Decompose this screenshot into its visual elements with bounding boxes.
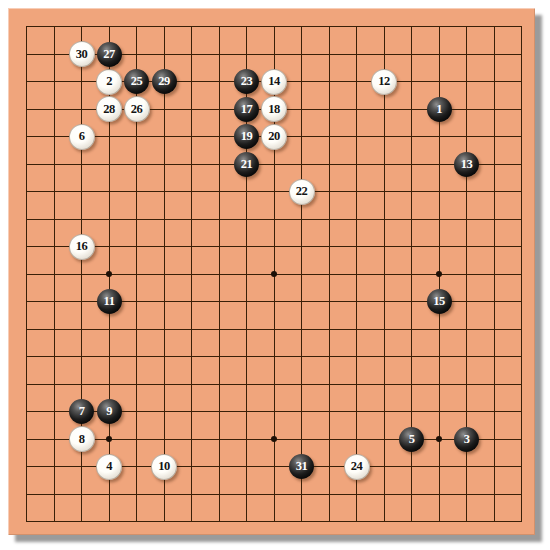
stone-move-number: 13: [461, 158, 473, 171]
stone-black-Q9[interactable]: 15: [427, 289, 452, 314]
stone-move-number: 20: [268, 130, 280, 143]
stone-black-C5[interactable]: 7: [69, 399, 94, 424]
stone-move-number: 24: [351, 460, 363, 473]
stone-move-number: 1: [436, 103, 442, 116]
stone-white-O17[interactable]: 12: [371, 69, 397, 95]
stone-move-number: 4: [106, 460, 112, 473]
stone-move-number: 12: [378, 75, 390, 88]
stone-white-N3[interactable]: 24: [344, 454, 370, 480]
stone-black-D9[interactable]: 11: [97, 289, 122, 314]
stone-move-number: 11: [104, 295, 115, 308]
stone-white-C11[interactable]: 16: [69, 234, 95, 260]
stone-move-number: 15: [433, 295, 445, 308]
stone-move-number: 9: [106, 405, 112, 418]
stone-white-L13[interactable]: 22: [289, 179, 315, 205]
stone-black-J17[interactable]: 23: [234, 69, 259, 94]
stone-white-K15[interactable]: 20: [261, 124, 287, 150]
stone-move-number: 31: [296, 460, 308, 473]
stones-grid: 1234567891011121314151617181920212223242…: [13, 13, 536, 536]
stone-black-R14[interactable]: 13: [454, 152, 479, 177]
stone-white-F3[interactable]: 10: [151, 454, 177, 480]
stone-black-J15[interactable]: 19: [234, 124, 259, 149]
stone-move-number: 21: [241, 158, 253, 171]
stone-black-D5[interactable]: 9: [97, 399, 122, 424]
stone-white-E16[interactable]: 26: [124, 96, 150, 122]
stone-white-C15[interactable]: 6: [69, 124, 95, 150]
stone-move-number: 2: [106, 75, 112, 88]
stone-white-C18[interactable]: 30: [69, 41, 95, 67]
stone-black-L3[interactable]: 31: [289, 454, 314, 479]
stone-white-K17[interactable]: 14: [261, 69, 287, 95]
stone-move-number: 16: [76, 240, 88, 253]
stone-move-number: 25: [131, 75, 143, 88]
stone-white-D3[interactable]: 4: [96, 454, 122, 480]
stone-black-Q16[interactable]: 1: [427, 97, 452, 122]
stone-move-number: 14: [268, 75, 280, 88]
stone-black-F17[interactable]: 29: [152, 69, 177, 94]
stone-move-number: 7: [79, 405, 85, 418]
stone-black-D18[interactable]: 27: [97, 42, 122, 67]
stone-white-D16[interactable]: 28: [96, 96, 122, 122]
stone-move-number: 30: [76, 48, 88, 61]
stone-black-J14[interactable]: 21: [234, 152, 259, 177]
stone-move-number: 6: [79, 130, 85, 143]
stone-white-K16[interactable]: 18: [261, 96, 287, 122]
stone-black-J16[interactable]: 17: [234, 97, 259, 122]
stone-move-number: 3: [464, 433, 470, 446]
stone-black-R4[interactable]: 3: [454, 427, 479, 452]
stone-move-number: 27: [103, 48, 115, 61]
stone-move-number: 23: [241, 75, 253, 88]
stone-move-number: 5: [409, 433, 415, 446]
stone-move-number: 10: [158, 460, 170, 473]
stone-move-number: 26: [131, 103, 143, 116]
stone-move-number: 19: [241, 130, 253, 143]
stone-white-C4[interactable]: 8: [69, 426, 95, 452]
stone-move-number: 8: [79, 433, 85, 446]
stone-move-number: 22: [296, 185, 308, 198]
page: 1234567891011121314151617181920212223242…: [0, 0, 550, 550]
stone-move-number: 18: [268, 103, 280, 116]
stone-white-D17[interactable]: 2: [96, 69, 122, 95]
stone-black-E17[interactable]: 25: [124, 69, 149, 94]
stone-move-number: 17: [241, 103, 253, 116]
go-board[interactable]: 1234567891011121314151617181920212223242…: [8, 8, 535, 535]
stone-move-number: 28: [103, 103, 115, 116]
stone-move-number: 29: [158, 75, 170, 88]
stone-black-P4[interactable]: 5: [399, 427, 424, 452]
